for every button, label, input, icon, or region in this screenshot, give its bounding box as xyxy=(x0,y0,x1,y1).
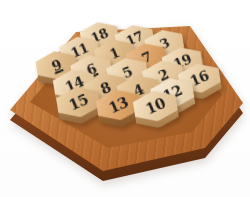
tiles-layer: 18173111719965216148412151310 xyxy=(0,0,250,197)
puzzle-photo: 18173111719965216148412151310 xyxy=(0,0,250,197)
tile-10[interactable]: 10 xyxy=(132,88,181,133)
